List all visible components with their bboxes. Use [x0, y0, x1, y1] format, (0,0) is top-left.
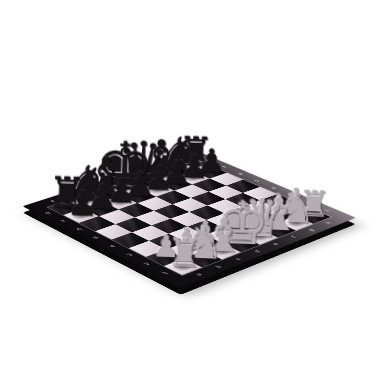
- product-photo: abcdefgh abcdefgh 87654321 87654321 ♜♞♝♚…: [0, 0, 380, 380]
- board-squares: ♜♞♝♚♛♝♞♜♟♟♟♟♟♟♟♟♟♟♟♟♟♟♟♟♜♞♝♚♛♝♞♜: [48, 159, 331, 275]
- board-frame: abcdefgh abcdefgh 87654321 87654321 ♜♞♝♚…: [22, 151, 356, 288]
- chess-board: abcdefgh abcdefgh 87654321 87654321 ♜♞♝♚…: [22, 151, 356, 288]
- photo-scene: abcdefgh abcdefgh 87654321 87654321 ♜♞♝♚…: [0, 0, 380, 380]
